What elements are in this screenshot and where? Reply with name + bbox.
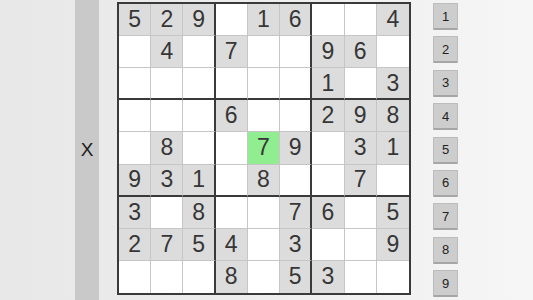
cell-r1c2[interactable]: 2 — [151, 4, 183, 36]
cell-r2c8[interactable]: 6 — [345, 36, 377, 68]
cell-r4c9[interactable]: 8 — [377, 100, 409, 132]
cell-r5c6[interactable]: 9 — [280, 132, 312, 164]
cell-r9c8[interactable] — [345, 261, 377, 293]
cell-r8c9[interactable]: 9 — [377, 229, 409, 261]
cell-r4c3[interactable] — [183, 100, 215, 132]
cell-r3c4[interactable] — [216, 68, 248, 100]
digit-button-4[interactable]: 4 — [433, 103, 458, 130]
cell-r1c3[interactable]: 9 — [183, 4, 215, 36]
cell-r6c9[interactable] — [377, 165, 409, 197]
digit-button-3[interactable]: 3 — [433, 70, 458, 97]
cell-r6c7[interactable] — [312, 165, 344, 197]
cell-r7c3[interactable]: 8 — [183, 197, 215, 229]
digit-button-1[interactable]: 1 — [433, 3, 458, 30]
cell-r8c1[interactable]: 2 — [119, 229, 151, 261]
cell-r7c7[interactable]: 6 — [312, 197, 344, 229]
cell-r1c7[interactable] — [312, 4, 344, 36]
cell-r6c3[interactable]: 1 — [183, 165, 215, 197]
cell-r3c2[interactable] — [151, 68, 183, 100]
cell-r4c6[interactable] — [280, 100, 312, 132]
cell-r9c4[interactable]: 8 — [216, 261, 248, 293]
cell-r2c5[interactable] — [248, 36, 280, 68]
cell-r1c5[interactable]: 1 — [248, 4, 280, 36]
cell-r6c4[interactable] — [216, 165, 248, 197]
cell-r5c9[interactable]: 1 — [377, 132, 409, 164]
cell-r4c5[interactable] — [248, 100, 280, 132]
cell-r6c2[interactable]: 3 — [151, 165, 183, 197]
cell-r3c7[interactable]: 1 — [312, 68, 344, 100]
cell-r5c4[interactable] — [216, 132, 248, 164]
cell-r7c2[interactable] — [151, 197, 183, 229]
cell-r5c5[interactable]: 7 — [248, 132, 280, 164]
cell-r2c7[interactable]: 9 — [312, 36, 344, 68]
cell-r3c9[interactable]: 3 — [377, 68, 409, 100]
cell-r1c4[interactable] — [216, 4, 248, 36]
cell-r7c6[interactable]: 7 — [280, 197, 312, 229]
cell-r3c6[interactable] — [280, 68, 312, 100]
cell-r2c9[interactable] — [377, 36, 409, 68]
digit-button-6[interactable]: 6 — [433, 170, 458, 197]
cell-r7c4[interactable] — [216, 197, 248, 229]
cell-r7c5[interactable] — [248, 197, 280, 229]
cell-r8c5[interactable] — [248, 229, 280, 261]
cell-r6c1[interactable]: 9 — [119, 165, 151, 197]
digit-button-7[interactable]: 7 — [433, 203, 458, 230]
cell-r6c8[interactable]: 7 — [345, 165, 377, 197]
cell-r8c6[interactable]: 3 — [280, 229, 312, 261]
cell-r9c9[interactable] — [377, 261, 409, 293]
sudoku-screen: X 52916447961362988793193187387652754398… — [0, 0, 533, 300]
digit-button-5[interactable]: 5 — [433, 137, 458, 164]
cell-r2c2[interactable]: 4 — [151, 36, 183, 68]
cell-r9c6[interactable]: 5 — [280, 261, 312, 293]
cell-r4c2[interactable] — [151, 100, 183, 132]
digit-button-8[interactable]: 8 — [433, 237, 458, 264]
cell-r8c3[interactable]: 5 — [183, 229, 215, 261]
digit-button-column: 123456789 — [433, 3, 458, 297]
cell-r8c2[interactable]: 7 — [151, 229, 183, 261]
cell-r2c1[interactable] — [119, 36, 151, 68]
cell-r2c3[interactable] — [183, 36, 215, 68]
cell-r6c5[interactable]: 8 — [248, 165, 280, 197]
cell-r4c4[interactable]: 6 — [216, 100, 248, 132]
cell-r8c4[interactable]: 4 — [216, 229, 248, 261]
cell-r3c5[interactable] — [248, 68, 280, 100]
cell-r1c1[interactable]: 5 — [119, 4, 151, 36]
cell-r3c3[interactable] — [183, 68, 215, 100]
cell-r8c7[interactable] — [312, 229, 344, 261]
cell-r7c1[interactable]: 3 — [119, 197, 151, 229]
cell-r9c5[interactable] — [248, 261, 280, 293]
cell-r4c8[interactable]: 9 — [345, 100, 377, 132]
cell-r7c9[interactable]: 5 — [377, 197, 409, 229]
cell-r9c7[interactable]: 3 — [312, 261, 344, 293]
digit-button-9[interactable]: 9 — [433, 270, 458, 297]
cell-r4c7[interactable]: 2 — [312, 100, 344, 132]
cell-r1c8[interactable] — [345, 4, 377, 36]
cell-r5c8[interactable]: 3 — [345, 132, 377, 164]
cell-r3c8[interactable] — [345, 68, 377, 100]
cell-r9c2[interactable] — [151, 261, 183, 293]
cell-r9c3[interactable] — [183, 261, 215, 293]
cell-r2c6[interactable] — [280, 36, 312, 68]
cell-r5c1[interactable] — [119, 132, 151, 164]
cell-r9c1[interactable] — [119, 261, 151, 293]
digit-button-2[interactable]: 2 — [433, 36, 458, 63]
cell-r5c7[interactable] — [312, 132, 344, 164]
sudoku-board: 5291644796136298879319318738765275439853 — [117, 2, 411, 295]
cell-r1c6[interactable]: 6 — [280, 4, 312, 36]
cell-r3c1[interactable] — [119, 68, 151, 100]
cell-r6c6[interactable] — [280, 165, 312, 197]
cell-r7c8[interactable] — [345, 197, 377, 229]
cell-r4c1[interactable] — [119, 100, 151, 132]
cell-r8c8[interactable] — [345, 229, 377, 261]
cell-r5c2[interactable]: 8 — [151, 132, 183, 164]
clear-cell-button[interactable]: X — [75, 0, 99, 300]
cell-r1c9[interactable]: 4 — [377, 4, 409, 36]
cell-r2c4[interactable]: 7 — [216, 36, 248, 68]
cell-r5c3[interactable] — [183, 132, 215, 164]
